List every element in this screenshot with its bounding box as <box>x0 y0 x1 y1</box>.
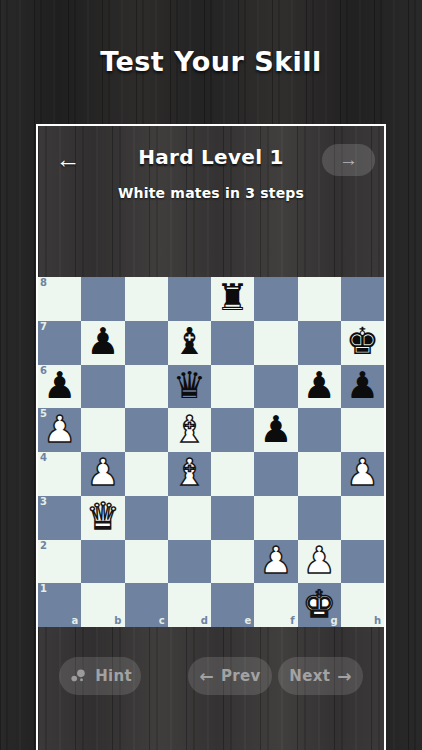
square-e8[interactable]: ♜ <box>211 277 254 321</box>
square-g5[interactable] <box>298 408 341 452</box>
square-c2[interactable] <box>125 540 168 584</box>
white-pawn[interactable]: ♟ <box>346 451 379 494</box>
white-king[interactable]: ♚ <box>303 583 336 626</box>
rank-label-1: 1 <box>40 584 47 594</box>
square-g4[interactable] <box>298 452 341 496</box>
hint-button[interactable]: Hint <box>59 657 141 695</box>
white-pawn[interactable]: ♟ <box>43 408 76 451</box>
square-b3[interactable]: ♛ <box>81 496 124 540</box>
square-h3[interactable] <box>341 496 384 540</box>
arrow-right-icon: → <box>337 666 352 686</box>
square-d2[interactable] <box>168 540 211 584</box>
square-a7[interactable]: 7 <box>38 321 81 365</box>
square-e7[interactable] <box>211 321 254 365</box>
square-e2[interactable] <box>211 540 254 584</box>
square-c8[interactable] <box>125 277 168 321</box>
square-f1[interactable]: f <box>254 583 297 627</box>
square-h7[interactable]: ♚ <box>341 321 384 365</box>
square-e6[interactable] <box>211 365 254 409</box>
square-c6[interactable] <box>125 365 168 409</box>
square-b6[interactable] <box>81 365 124 409</box>
square-e4[interactable] <box>211 452 254 496</box>
puzzle-card: ← Hard Level 1 → White mates in 3 steps … <box>36 124 386 750</box>
square-h4[interactable]: ♟ <box>341 452 384 496</box>
next-level-button[interactable]: → <box>322 144 375 176</box>
square-f6[interactable] <box>254 365 297 409</box>
square-h6[interactable]: ♟ <box>341 365 384 409</box>
square-b5[interactable] <box>81 408 124 452</box>
prev-button-label: Prev <box>221 667 261 685</box>
page-background: { "app": { "title": "Test Your Skill" },… <box>0 0 422 750</box>
hint-assistant-icon <box>68 666 88 686</box>
black-pawn[interactable]: ♟ <box>86 320 119 363</box>
file-label-d: d <box>201 616 208 626</box>
white-pawn[interactable]: ♟ <box>86 451 119 494</box>
square-c1[interactable]: c <box>125 583 168 627</box>
file-label-a: a <box>72 616 79 626</box>
square-g6[interactable]: ♟ <box>298 365 341 409</box>
hint-button-label: Hint <box>95 667 132 685</box>
square-f7[interactable] <box>254 321 297 365</box>
white-bishop[interactable]: ♝ <box>173 408 206 451</box>
square-d6[interactable]: ♛ <box>168 365 211 409</box>
file-label-e: e <box>244 616 251 626</box>
rank-label-8: 8 <box>40 278 47 288</box>
square-a4[interactable]: 4 <box>38 452 81 496</box>
file-label-f: f <box>290 616 294 626</box>
white-queen[interactable]: ♛ <box>86 495 119 538</box>
rank-label-2: 2 <box>40 541 47 551</box>
square-f3[interactable] <box>254 496 297 540</box>
arrow-right-icon: → <box>339 149 358 170</box>
square-c4[interactable] <box>125 452 168 496</box>
square-f4[interactable] <box>254 452 297 496</box>
square-h8[interactable] <box>341 277 384 321</box>
square-b1[interactable]: b <box>81 583 124 627</box>
square-h1[interactable]: h <box>341 583 384 627</box>
arrow-left-icon: ← <box>199 666 214 686</box>
app-title: Test Your Skill <box>0 46 422 77</box>
white-pawn[interactable]: ♟ <box>259 539 292 582</box>
bottom-bar: Hint ← Prev Next → <box>38 657 384 695</box>
square-h2[interactable] <box>341 540 384 584</box>
black-king[interactable]: ♚ <box>346 320 379 363</box>
white-bishop[interactable]: ♝ <box>173 451 206 494</box>
file-label-h: h <box>374 616 381 626</box>
white-pawn[interactable]: ♟ <box>303 539 336 582</box>
file-label-c: c <box>159 616 165 626</box>
black-pawn[interactable]: ♟ <box>259 408 292 451</box>
square-b8[interactable] <box>81 277 124 321</box>
square-d1[interactable]: d <box>168 583 211 627</box>
rank-label-7: 7 <box>40 322 47 332</box>
square-g3[interactable] <box>298 496 341 540</box>
rank-label-4: 4 <box>40 453 47 463</box>
square-g2[interactable]: ♟ <box>298 540 341 584</box>
square-c5[interactable] <box>125 408 168 452</box>
file-label-b: b <box>114 616 121 626</box>
square-h5[interactable] <box>341 408 384 452</box>
prev-button[interactable]: ← Prev <box>188 657 272 695</box>
square-b2[interactable] <box>81 540 124 584</box>
black-rook[interactable]: ♜ <box>216 276 249 319</box>
black-queen[interactable]: ♛ <box>173 364 206 407</box>
square-a1[interactable]: 1a <box>38 583 81 627</box>
square-a2[interactable]: 2 <box>38 540 81 584</box>
next-button[interactable]: Next → <box>278 657 363 695</box>
square-b4[interactable]: ♟ <box>81 452 124 496</box>
black-pawn[interactable]: ♟ <box>43 364 76 407</box>
square-f8[interactable] <box>254 277 297 321</box>
square-f5[interactable]: ♟ <box>254 408 297 452</box>
square-d8[interactable] <box>168 277 211 321</box>
square-a5[interactable]: 5♟ <box>38 408 81 452</box>
square-a3[interactable]: 3 <box>38 496 81 540</box>
square-d5[interactable]: ♝ <box>168 408 211 452</box>
square-c3[interactable] <box>125 496 168 540</box>
square-a8[interactable]: 8 <box>38 277 81 321</box>
chess-board: 8♜7♟♝♚6♟♛♟♟5♟♝♟4♟♝♟3♛2♟♟1abcdefg♚h <box>38 277 384 627</box>
square-e5[interactable] <box>211 408 254 452</box>
square-d4[interactable]: ♝ <box>168 452 211 496</box>
square-b7[interactable]: ♟ <box>81 321 124 365</box>
puzzle-subtitle: White mates in 3 steps <box>38 185 384 201</box>
square-c7[interactable] <box>125 321 168 365</box>
square-g1[interactable]: g♚ <box>298 583 341 627</box>
square-g8[interactable] <box>298 277 341 321</box>
square-e1[interactable]: e <box>211 583 254 627</box>
next-button-label: Next <box>289 667 330 685</box>
square-e3[interactable] <box>211 496 254 540</box>
black-pawn[interactable]: ♟ <box>346 364 379 407</box>
square-d3[interactable] <box>168 496 211 540</box>
black-pawn[interactable]: ♟ <box>303 364 336 407</box>
square-f2[interactable]: ♟ <box>254 540 297 584</box>
black-bishop[interactable]: ♝ <box>173 320 206 363</box>
rank-label-3: 3 <box>40 497 47 507</box>
square-a6[interactable]: 6♟ <box>38 365 81 409</box>
square-g7[interactable] <box>298 321 341 365</box>
square-d7[interactable]: ♝ <box>168 321 211 365</box>
